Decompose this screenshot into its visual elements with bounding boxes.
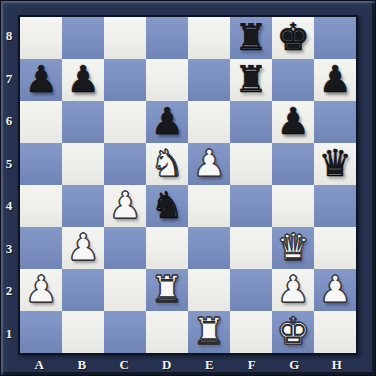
square-b5[interactable] [62,143,104,185]
file-label-b: B [61,355,104,375]
piece-br-f7[interactable]: ♜ [234,59,267,101]
square-g8[interactable]: ♚ [272,17,314,59]
file-label-e: E [188,355,231,375]
square-c8[interactable] [104,17,146,59]
square-e4[interactable] [188,185,230,227]
piece-bp-a7[interactable]: ♟ [24,59,57,101]
square-a6[interactable] [20,101,62,143]
piece-wp-g2[interactable]: ♟ [276,269,309,311]
square-g5[interactable] [272,143,314,185]
square-a7[interactable]: ♟ [20,59,62,101]
square-e5[interactable]: ♟ [188,143,230,185]
square-c1[interactable] [104,311,146,353]
rank-label-6: 6 [0,100,18,143]
file-label-d: D [146,355,189,375]
square-h5[interactable]: ♛ [314,143,356,185]
piece-wp-h2[interactable]: ♟ [318,269,351,311]
square-h1[interactable] [314,311,356,353]
rank-label-1: 1 [0,313,18,356]
square-b4[interactable] [62,185,104,227]
file-label-a: A [18,355,61,375]
square-e3[interactable] [188,227,230,269]
square-b3[interactable]: ♟ [62,227,104,269]
square-h7[interactable]: ♟ [314,59,356,101]
piece-wn-d5[interactable]: ♞ [150,143,183,185]
file-label-f: F [231,355,274,375]
square-g4[interactable] [272,185,314,227]
file-label-h: H [316,355,359,375]
square-e7[interactable] [188,59,230,101]
square-g7[interactable] [272,59,314,101]
rank-labels: 87654321 [0,15,18,355]
square-h4[interactable] [314,185,356,227]
piece-br-f8[interactable]: ♜ [234,17,267,59]
piece-bk-g8[interactable]: ♚ [276,17,309,59]
piece-wp-c4[interactable]: ♟ [108,185,141,227]
file-labels: ABCDEFGH [18,355,358,375]
square-a4[interactable] [20,185,62,227]
rank-label-8: 8 [0,15,18,58]
square-d5[interactable]: ♞ [146,143,188,185]
square-a5[interactable] [20,143,62,185]
piece-bp-g6[interactable]: ♟ [276,101,309,143]
square-a3[interactable] [20,227,62,269]
square-h2[interactable]: ♟ [314,269,356,311]
rank-label-4: 4 [0,185,18,228]
piece-wp-a2[interactable]: ♟ [24,269,57,311]
chess-diagram: 87654321 ♜♚♟♟♜♟♟♟♞♟♛♟♞♟♛♟♜♟♟♜♚ ABCDEFGH [0,0,376,376]
square-g1[interactable]: ♚ [272,311,314,353]
square-b8[interactable] [62,17,104,59]
piece-bp-b7[interactable]: ♟ [66,59,99,101]
square-f8[interactable]: ♜ [230,17,272,59]
rank-label-7: 7 [0,58,18,101]
square-d3[interactable] [146,227,188,269]
piece-wr-e1[interactable]: ♜ [192,311,225,353]
rank-label-2: 2 [0,270,18,313]
square-h8[interactable] [314,17,356,59]
piece-wq-g3[interactable]: ♛ [276,227,309,269]
square-a2[interactable]: ♟ [20,269,62,311]
square-g2[interactable]: ♟ [272,269,314,311]
square-c4[interactable]: ♟ [104,185,146,227]
square-a8[interactable] [20,17,62,59]
square-c5[interactable] [104,143,146,185]
piece-bp-h7[interactable]: ♟ [318,59,351,101]
square-f6[interactable] [230,101,272,143]
square-d8[interactable] [146,17,188,59]
piece-wp-e5[interactable]: ♟ [192,143,225,185]
file-label-g: G [273,355,316,375]
square-e8[interactable] [188,17,230,59]
piece-bn-d4[interactable]: ♞ [150,185,183,227]
square-d4[interactable]: ♞ [146,185,188,227]
square-b6[interactable] [62,101,104,143]
rank-label-3: 3 [0,228,18,271]
square-h6[interactable] [314,101,356,143]
piece-wk-g1[interactable]: ♚ [276,311,309,353]
square-f4[interactable] [230,185,272,227]
square-e1[interactable]: ♜ [188,311,230,353]
square-d7[interactable] [146,59,188,101]
square-f5[interactable] [230,143,272,185]
chess-board: ♜♚♟♟♜♟♟♟♞♟♛♟♞♟♛♟♜♟♟♜♚ [18,15,358,355]
square-f7[interactable]: ♜ [230,59,272,101]
square-f2[interactable] [230,269,272,311]
piece-wp-b3[interactable]: ♟ [66,227,99,269]
piece-wr-d2[interactable]: ♜ [150,269,183,311]
square-e2[interactable] [188,269,230,311]
file-label-c: C [103,355,146,375]
square-b2[interactable] [62,269,104,311]
square-d2[interactable]: ♜ [146,269,188,311]
square-e6[interactable] [188,101,230,143]
square-f1[interactable] [230,311,272,353]
square-g6[interactable]: ♟ [272,101,314,143]
square-h3[interactable] [314,227,356,269]
square-c2[interactable] [104,269,146,311]
square-d6[interactable]: ♟ [146,101,188,143]
square-b7[interactable]: ♟ [62,59,104,101]
piece-bq-h5[interactable]: ♛ [318,143,351,185]
square-g3[interactable]: ♛ [272,227,314,269]
square-b1[interactable] [62,311,104,353]
piece-bp-d6[interactable]: ♟ [150,101,183,143]
square-c3[interactable] [104,227,146,269]
square-c6[interactable] [104,101,146,143]
square-d1[interactable] [146,311,188,353]
square-c7[interactable] [104,59,146,101]
square-a1[interactable] [20,311,62,353]
rank-label-5: 5 [0,143,18,186]
square-f3[interactable] [230,227,272,269]
